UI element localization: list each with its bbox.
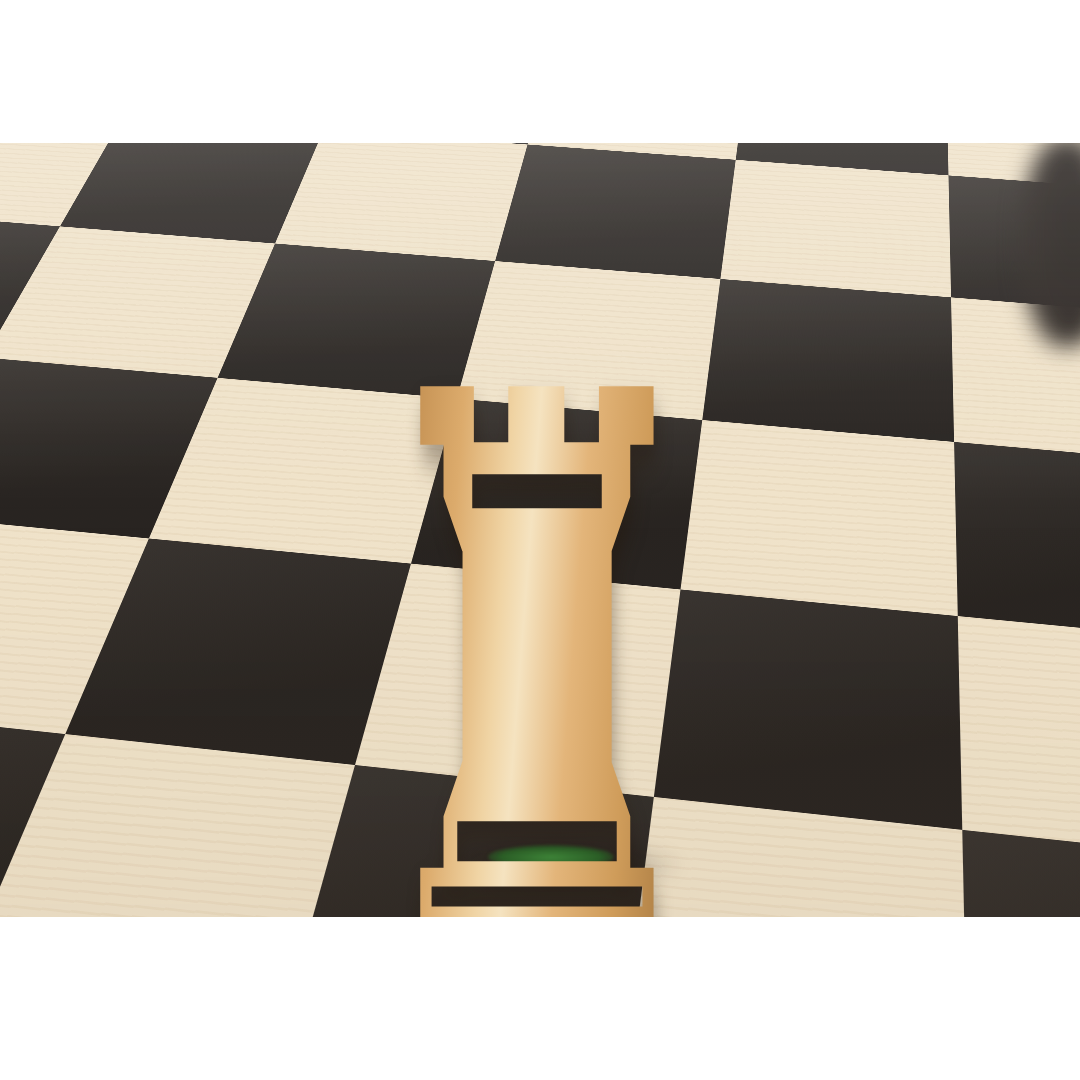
board-square-f7 — [720, 160, 951, 298]
product-photo: ♜ — [0, 0, 1080, 1080]
board-square-g4 — [958, 616, 1080, 864]
board-square-g3 — [962, 830, 1080, 917]
board-square-f6 — [702, 279, 954, 442]
white-margin-top — [0, 0, 1080, 143]
board-square-d3 — [0, 734, 355, 917]
white-margin-bottom — [0, 917, 1080, 1080]
board-square-g5 — [954, 442, 1080, 644]
